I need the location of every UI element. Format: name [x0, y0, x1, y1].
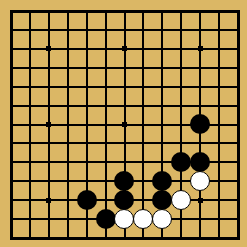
intersection — [20, 39, 39, 58]
intersection — [58, 115, 77, 134]
intersection — [228, 39, 247, 58]
intersection — [20, 77, 39, 96]
intersection — [58, 134, 77, 153]
intersection — [228, 58, 247, 77]
intersection — [153, 228, 172, 247]
intersection — [153, 115, 172, 134]
intersection — [96, 191, 115, 210]
intersection — [210, 96, 229, 115]
intersection — [134, 96, 153, 115]
intersection — [115, 172, 134, 191]
intersection — [58, 172, 77, 191]
intersection — [96, 134, 115, 153]
intersection — [210, 191, 229, 210]
intersection — [191, 172, 210, 191]
intersection — [210, 58, 229, 77]
intersection — [96, 77, 115, 96]
intersection — [2, 134, 21, 153]
intersection — [2, 153, 21, 172]
intersection — [77, 20, 96, 39]
intersection — [77, 134, 96, 153]
intersection — [96, 96, 115, 115]
intersection — [191, 58, 210, 77]
intersection — [2, 20, 21, 39]
black-stone — [77, 190, 97, 210]
intersection — [191, 2, 210, 21]
intersection — [210, 115, 229, 134]
intersection — [96, 20, 115, 39]
intersections-grid — [2, 2, 247, 247]
intersection — [210, 39, 229, 58]
intersection — [153, 210, 172, 229]
intersection — [20, 153, 39, 172]
intersection — [228, 134, 247, 153]
intersection — [39, 172, 58, 191]
intersection — [39, 134, 58, 153]
intersection — [20, 2, 39, 21]
intersection — [228, 96, 247, 115]
intersection — [115, 58, 134, 77]
intersection — [77, 58, 96, 77]
intersection — [39, 77, 58, 96]
intersection — [210, 2, 229, 21]
black-stone — [152, 190, 172, 210]
intersection — [20, 20, 39, 39]
intersection — [228, 172, 247, 191]
black-stone — [171, 152, 191, 172]
intersection — [172, 172, 191, 191]
intersection — [172, 153, 191, 172]
intersection — [39, 39, 58, 58]
intersection — [2, 58, 21, 77]
intersection — [153, 172, 172, 191]
intersection — [115, 228, 134, 247]
intersection — [134, 39, 153, 58]
intersection — [115, 77, 134, 96]
intersection — [96, 153, 115, 172]
white-stone — [152, 209, 172, 229]
intersection — [210, 20, 229, 39]
intersection — [39, 58, 58, 77]
black-stone — [190, 152, 210, 172]
intersection — [172, 39, 191, 58]
intersection — [58, 20, 77, 39]
intersection — [115, 134, 134, 153]
intersection — [20, 134, 39, 153]
intersection — [58, 39, 77, 58]
intersection — [2, 228, 21, 247]
intersection — [172, 77, 191, 96]
white-stone — [171, 190, 191, 210]
intersection — [77, 210, 96, 229]
intersection — [172, 115, 191, 134]
intersection — [228, 153, 247, 172]
intersection — [96, 228, 115, 247]
intersection — [77, 228, 96, 247]
intersection — [172, 20, 191, 39]
intersection — [20, 228, 39, 247]
intersection — [172, 191, 191, 210]
black-stone — [114, 190, 134, 210]
intersection — [115, 115, 134, 134]
intersection — [58, 77, 77, 96]
intersection — [2, 39, 21, 58]
intersection — [134, 228, 153, 247]
intersection — [191, 191, 210, 210]
intersection — [58, 228, 77, 247]
intersection — [153, 58, 172, 77]
intersection — [172, 134, 191, 153]
intersection — [115, 191, 134, 210]
intersection — [210, 153, 229, 172]
intersection — [134, 115, 153, 134]
intersection — [191, 77, 210, 96]
intersection — [2, 96, 21, 115]
intersection — [20, 96, 39, 115]
intersection — [96, 39, 115, 58]
intersection — [39, 210, 58, 229]
intersection — [115, 39, 134, 58]
intersection — [58, 191, 77, 210]
intersection — [77, 191, 96, 210]
intersection — [58, 2, 77, 21]
black-stone — [96, 209, 116, 229]
intersection — [210, 172, 229, 191]
intersection — [58, 210, 77, 229]
black-stone — [114, 171, 134, 191]
intersection — [39, 2, 58, 21]
intersection — [115, 2, 134, 21]
go-board — [0, 0, 247, 247]
intersection — [210, 228, 229, 247]
intersection — [134, 58, 153, 77]
intersection — [77, 153, 96, 172]
intersection — [115, 153, 134, 172]
intersection — [20, 115, 39, 134]
intersection — [153, 39, 172, 58]
intersection — [153, 153, 172, 172]
intersection — [172, 210, 191, 229]
intersection — [77, 96, 96, 115]
intersection — [2, 172, 21, 191]
intersection — [58, 96, 77, 115]
intersection — [228, 115, 247, 134]
intersection — [153, 96, 172, 115]
intersection — [2, 77, 21, 96]
intersection — [96, 172, 115, 191]
intersection — [58, 58, 77, 77]
intersection — [172, 58, 191, 77]
intersection — [228, 228, 247, 247]
intersection — [210, 210, 229, 229]
intersection — [134, 172, 153, 191]
intersection — [153, 77, 172, 96]
intersection — [134, 191, 153, 210]
intersection — [134, 77, 153, 96]
intersection — [39, 20, 58, 39]
intersection — [191, 228, 210, 247]
intersection — [77, 77, 96, 96]
intersection — [115, 96, 134, 115]
intersection — [20, 191, 39, 210]
intersection — [134, 134, 153, 153]
intersection — [77, 39, 96, 58]
intersection — [2, 210, 21, 229]
intersection — [191, 115, 210, 134]
intersection — [96, 115, 115, 134]
intersection — [191, 134, 210, 153]
intersection — [172, 96, 191, 115]
intersection — [191, 210, 210, 229]
intersection — [210, 134, 229, 153]
intersection — [77, 2, 96, 21]
intersection — [228, 210, 247, 229]
intersection — [210, 77, 229, 96]
intersection — [2, 191, 21, 210]
intersection — [191, 20, 210, 39]
intersection — [153, 191, 172, 210]
intersection — [153, 134, 172, 153]
intersection — [134, 210, 153, 229]
intersection — [191, 96, 210, 115]
intersection — [77, 115, 96, 134]
intersection — [172, 2, 191, 21]
intersection — [39, 191, 58, 210]
intersection — [153, 20, 172, 39]
intersection — [20, 172, 39, 191]
intersection — [115, 20, 134, 39]
intersection — [58, 153, 77, 172]
intersection — [39, 115, 58, 134]
intersection — [153, 2, 172, 21]
intersection — [77, 172, 96, 191]
intersection — [228, 2, 247, 21]
intersection — [20, 210, 39, 229]
intersection — [134, 2, 153, 21]
black-stone — [152, 171, 172, 191]
intersection — [228, 191, 247, 210]
intersection — [228, 77, 247, 96]
intersection — [2, 2, 21, 21]
intersection — [228, 20, 247, 39]
intersection — [191, 153, 210, 172]
intersection — [39, 96, 58, 115]
intersection — [172, 228, 191, 247]
intersection — [96, 2, 115, 21]
black-stone — [190, 114, 210, 134]
intersection — [96, 58, 115, 77]
white-stone — [114, 209, 134, 229]
intersection — [96, 210, 115, 229]
intersection — [134, 20, 153, 39]
white-stone — [133, 209, 153, 229]
intersection — [134, 153, 153, 172]
intersection — [115, 210, 134, 229]
intersection — [20, 58, 39, 77]
intersection — [39, 153, 58, 172]
white-stone — [190, 171, 210, 191]
intersection — [191, 39, 210, 58]
intersection — [2, 115, 21, 134]
intersection — [39, 228, 58, 247]
